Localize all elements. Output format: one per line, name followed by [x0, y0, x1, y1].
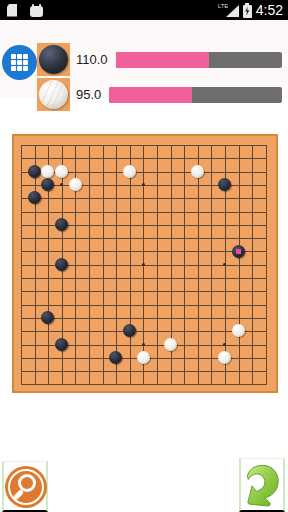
player-panel: 110.0 95.0 — [0, 20, 288, 98]
black-stone[interactable] — [55, 338, 68, 351]
black-progress-bar — [116, 52, 282, 68]
white-stone[interactable] — [55, 165, 68, 178]
black-stone[interactable] — [55, 218, 68, 231]
go-board[interactable] — [12, 134, 278, 393]
white-stone[interactable] — [164, 338, 177, 351]
black-player-row: 110.0 — [37, 43, 282, 76]
menu-button[interactable] — [2, 45, 37, 80]
white-progress-fill — [109, 87, 192, 103]
white-score: 95.0 — [76, 87, 101, 102]
white-progress-bar — [109, 87, 282, 103]
grid-menu-icon — [11, 54, 28, 71]
black-stone[interactable] — [55, 258, 68, 271]
black-score: 110.0 — [76, 52, 108, 67]
star-point — [142, 343, 145, 346]
star-point — [142, 263, 145, 266]
last-move-marker — [236, 249, 241, 254]
black-stone[interactable] — [232, 245, 245, 258]
white-stone[interactable] — [137, 351, 150, 364]
search-button[interactable] — [2, 461, 48, 512]
forward-button[interactable] — [239, 458, 285, 512]
star-point — [223, 343, 226, 346]
star-point — [142, 183, 145, 186]
sd-card-icon — [7, 4, 17, 17]
black-progress-fill — [116, 52, 209, 68]
white-player-row: 95.0 — [37, 78, 282, 111]
board-grid — [14, 138, 272, 391]
clock-text: 4:52 — [256, 2, 283, 18]
battery-charging-icon — [243, 5, 252, 18]
black-stone-icon — [37, 43, 70, 76]
black-stone[interactable] — [28, 165, 41, 178]
white-stone-icon — [37, 78, 70, 111]
forward-arrow-icon — [241, 461, 283, 509]
status-bar: LTE 4:52 — [0, 0, 288, 20]
white-stone[interactable] — [69, 178, 82, 191]
usb-debug-icon — [30, 6, 43, 17]
search-icon — [5, 466, 47, 508]
white-stone[interactable] — [123, 165, 136, 178]
white-stone[interactable] — [191, 165, 204, 178]
signal-icon: LTE — [218, 3, 239, 17]
